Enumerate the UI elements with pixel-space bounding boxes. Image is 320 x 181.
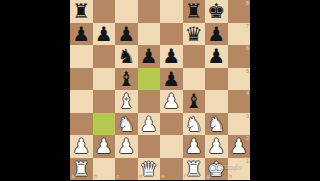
piece-black-bishop[interactable]: ♝ — [183, 90, 206, 113]
square-h3[interactable]: 3 — [228, 113, 251, 136]
square-b8[interactable] — [93, 0, 116, 23]
rank-label-5: 5 — [246, 69, 249, 75]
square-b2[interactable]: ♟ — [93, 135, 116, 158]
piece-black-pawn[interactable]: ♟ — [138, 45, 161, 68]
square-c7[interactable]: ♟ — [115, 23, 138, 46]
file-label-c: c — [117, 174, 120, 180]
piece-white-knight[interactable]: ♞ — [205, 113, 228, 136]
square-c3[interactable]: ♞ — [115, 113, 138, 136]
square-f4[interactable]: ♝ — [183, 90, 206, 113]
square-f7[interactable]: ♛ — [183, 23, 206, 46]
square-d8[interactable] — [138, 0, 161, 23]
rank-label-6: 6 — [246, 46, 249, 52]
rank-label-4: 4 — [246, 91, 249, 97]
piece-white-queen[interactable]: ♛ — [138, 158, 161, 181]
square-f6[interactable] — [183, 45, 206, 68]
square-c6[interactable]: ♞ — [115, 45, 138, 68]
piece-white-knight[interactable]: ♞ — [183, 113, 206, 136]
square-d5[interactable] — [138, 68, 161, 91]
piece-black-king[interactable]: ♚ — [205, 0, 228, 23]
piece-white-pawn[interactable]: ♟ — [160, 90, 183, 113]
piece-white-bishop[interactable]: ♝ — [115, 90, 138, 113]
square-b4[interactable] — [93, 90, 116, 113]
square-h5[interactable]: 5 — [228, 68, 251, 91]
square-e2[interactable] — [160, 135, 183, 158]
square-f1[interactable]: f♜ — [183, 158, 206, 181]
chess-board: ♜♜♚8♟♟♟♛♟7♞♟♟♟6♝♟5♝♟♝4♞♟♞♞3♟♟♟♟♟2♟a♜bcd♛… — [70, 0, 250, 180]
piece-black-pawn[interactable]: ♟ — [93, 23, 116, 46]
square-a7[interactable]: ♟ — [70, 23, 93, 46]
square-d3[interactable]: ♟ — [138, 113, 161, 136]
square-h2[interactable]: 2♟ — [228, 135, 251, 158]
piece-black-pawn[interactable]: ♟ — [70, 23, 93, 46]
square-h6[interactable]: 6 — [228, 45, 251, 68]
square-a1[interactable]: a♜ — [70, 158, 93, 181]
piece-white-pawn[interactable]: ♟ — [228, 135, 251, 158]
piece-black-pawn[interactable]: ♟ — [205, 23, 228, 46]
square-c4[interactable]: ♝ — [115, 90, 138, 113]
piece-black-queen[interactable]: ♛ — [183, 23, 206, 46]
piece-white-pawn[interactable]: ♟ — [205, 135, 228, 158]
rank-label-1: 1 — [246, 159, 249, 165]
square-f8[interactable]: ♜ — [183, 0, 206, 23]
square-e1[interactable]: e — [160, 158, 183, 181]
square-h1[interactable]: 1h — [228, 158, 251, 181]
square-c8[interactable] — [115, 0, 138, 23]
file-label-h: h — [229, 174, 232, 180]
square-e7[interactable] — [160, 23, 183, 46]
square-g1[interactable]: g♚ — [205, 158, 228, 181]
piece-black-pawn[interactable]: ♟ — [205, 45, 228, 68]
square-b3[interactable] — [93, 113, 116, 136]
square-a2[interactable]: ♟ — [70, 135, 93, 158]
file-label-e: e — [162, 174, 165, 180]
piece-black-pawn[interactable]: ♟ — [115, 23, 138, 46]
square-a4[interactable] — [70, 90, 93, 113]
square-g2[interactable]: ♟ — [205, 135, 228, 158]
square-g3[interactable]: ♞ — [205, 113, 228, 136]
square-c5[interactable]: ♝ — [115, 68, 138, 91]
square-a5[interactable] — [70, 68, 93, 91]
piece-black-knight[interactable]: ♞ — [115, 45, 138, 68]
rank-label-7: 7 — [246, 24, 249, 30]
rank-label-8: 8 — [246, 1, 249, 7]
piece-white-rook[interactable]: ♜ — [70, 158, 93, 181]
piece-black-pawn[interactable]: ♟ — [160, 68, 183, 91]
square-h8[interactable]: 8 — [228, 0, 251, 23]
piece-white-rook[interactable]: ♜ — [183, 158, 206, 181]
square-c1[interactable]: c — [115, 158, 138, 181]
square-a3[interactable] — [70, 113, 93, 136]
piece-white-pawn[interactable]: ♟ — [93, 135, 116, 158]
piece-white-king[interactable]: ♚ — [205, 158, 228, 181]
square-d1[interactable]: d♛ — [138, 158, 161, 181]
piece-white-pawn[interactable]: ♟ — [70, 135, 93, 158]
square-e5[interactable]: ♟ — [160, 68, 183, 91]
square-h4[interactable]: 4 — [228, 90, 251, 113]
square-d7[interactable] — [138, 23, 161, 46]
square-a8[interactable]: ♜ — [70, 0, 93, 23]
square-e4[interactable]: ♟ — [160, 90, 183, 113]
square-d2[interactable] — [138, 135, 161, 158]
square-b1[interactable]: b — [93, 158, 116, 181]
piece-black-bishop[interactable]: ♝ — [115, 68, 138, 91]
square-f5[interactable] — [183, 68, 206, 91]
rank-label-3: 3 — [246, 114, 249, 120]
square-c2[interactable]: ♟ — [115, 135, 138, 158]
piece-white-pawn[interactable]: ♟ — [115, 135, 138, 158]
piece-white-pawn[interactable]: ♟ — [138, 113, 161, 136]
square-a6[interactable] — [70, 45, 93, 68]
square-g6[interactable]: ♟ — [205, 45, 228, 68]
square-f2[interactable]: ♟ — [183, 135, 206, 158]
square-b7[interactable]: ♟ — [93, 23, 116, 46]
square-f3[interactable]: ♞ — [183, 113, 206, 136]
piece-black-rook[interactable]: ♜ — [70, 0, 93, 23]
square-e8[interactable] — [160, 0, 183, 23]
piece-black-pawn[interactable]: ♟ — [160, 45, 183, 68]
square-d4[interactable] — [138, 90, 161, 113]
square-d6[interactable]: ♟ — [138, 45, 161, 68]
piece-white-knight[interactable]: ♞ — [115, 113, 138, 136]
square-b5[interactable] — [93, 68, 116, 91]
square-g8[interactable]: ♚ — [205, 0, 228, 23]
square-e3[interactable] — [160, 113, 183, 136]
square-g4[interactable] — [205, 90, 228, 113]
screenshot-root: ♜♜♚8♟♟♟♛♟7♞♟♟♟6♝♟5♝♟♝4♞♟♞♞3♟♟♟♟♟2♟a♜bcd♛… — [0, 0, 320, 180]
file-label-b: b — [94, 174, 97, 180]
piece-black-rook[interactable]: ♜ — [183, 0, 206, 23]
square-b6[interactable] — [93, 45, 116, 68]
piece-white-pawn[interactable]: ♟ — [183, 135, 206, 158]
square-g5[interactable] — [205, 68, 228, 91]
square-g7[interactable]: ♟ — [205, 23, 228, 46]
square-h7[interactable]: 7 — [228, 23, 251, 46]
square-e6[interactable]: ♟ — [160, 45, 183, 68]
